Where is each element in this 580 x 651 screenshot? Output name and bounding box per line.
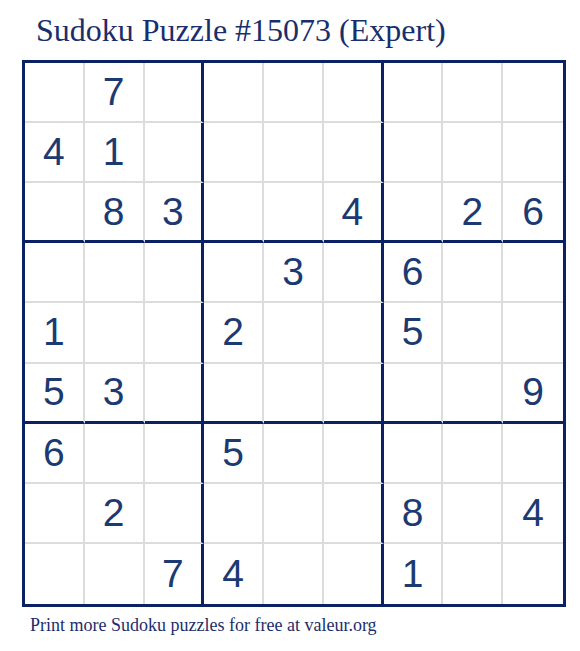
page-title: Sudoku Puzzle #15073 (Expert) (36, 11, 446, 49)
cell-r6c1[interactable]: 5 (25, 364, 85, 424)
cell-r2c4[interactable] (204, 123, 264, 183)
cell-r9c3[interactable]: 7 (145, 544, 205, 604)
cell-r1c3[interactable] (145, 63, 205, 123)
cell-r4c4[interactable] (204, 243, 264, 303)
cell-r2c9[interactable] (503, 123, 563, 183)
cell-r9c8[interactable] (443, 544, 503, 604)
cell-r5c1[interactable]: 1 (25, 303, 85, 363)
cell-r4c8[interactable] (443, 243, 503, 303)
cell-r2c1[interactable]: 4 (25, 123, 85, 183)
cell-r1c8[interactable] (443, 63, 503, 123)
cell-r6c6[interactable] (324, 364, 384, 424)
cell-r1c6[interactable] (324, 63, 384, 123)
cell-r4c9[interactable] (503, 243, 563, 303)
cell-r3c1[interactable] (25, 183, 85, 243)
cell-r1c1[interactable] (25, 63, 85, 123)
cell-r5c4[interactable]: 2 (204, 303, 264, 363)
cell-r8c4[interactable] (204, 484, 264, 544)
cell-r6c9[interactable]: 9 (503, 364, 563, 424)
cell-r2c7[interactable] (384, 123, 444, 183)
page: Sudoku Puzzle #15073 (Expert) 7418342636… (0, 0, 580, 651)
cell-r9c9[interactable] (503, 544, 563, 604)
cell-r9c1[interactable] (25, 544, 85, 604)
cell-r4c6[interactable] (324, 243, 384, 303)
cell-r2c2[interactable]: 1 (85, 123, 145, 183)
cell-r5c3[interactable] (145, 303, 205, 363)
cell-r1c7[interactable] (384, 63, 444, 123)
cell-r4c3[interactable] (145, 243, 205, 303)
cell-r1c2[interactable]: 7 (85, 63, 145, 123)
cell-r5c7[interactable]: 5 (384, 303, 444, 363)
cell-r8c8[interactable] (443, 484, 503, 544)
cell-r7c9[interactable] (503, 424, 563, 484)
cell-r9c6[interactable] (324, 544, 384, 604)
cell-r7c5[interactable] (264, 424, 324, 484)
cell-r7c4[interactable]: 5 (204, 424, 264, 484)
cell-r4c2[interactable] (85, 243, 145, 303)
sudoku-board: 741834263612553965284741 (22, 60, 566, 607)
cell-r5c9[interactable] (503, 303, 563, 363)
cell-r9c2[interactable] (85, 544, 145, 604)
cell-r2c5[interactable] (264, 123, 324, 183)
cell-r7c2[interactable] (85, 424, 145, 484)
cell-r5c6[interactable] (324, 303, 384, 363)
cell-r3c9[interactable]: 6 (503, 183, 563, 243)
cell-r5c8[interactable] (443, 303, 503, 363)
cell-r6c5[interactable] (264, 364, 324, 424)
cell-r9c5[interactable] (264, 544, 324, 604)
footer-text: Print more Sudoku puzzles for free at va… (30, 615, 377, 636)
cell-r8c2[interactable]: 2 (85, 484, 145, 544)
cell-r2c8[interactable] (443, 123, 503, 183)
cell-r8c7[interactable]: 8 (384, 484, 444, 544)
cell-r8c9[interactable]: 4 (503, 484, 563, 544)
cell-r6c8[interactable] (443, 364, 503, 424)
cell-r4c7[interactable]: 6 (384, 243, 444, 303)
cell-r7c3[interactable] (145, 424, 205, 484)
cell-r8c3[interactable] (145, 484, 205, 544)
cell-r1c4[interactable] (204, 63, 264, 123)
cell-r3c8[interactable]: 2 (443, 183, 503, 243)
cell-r4c5[interactable]: 3 (264, 243, 324, 303)
cell-r6c7[interactable] (384, 364, 444, 424)
cell-r5c2[interactable] (85, 303, 145, 363)
cell-r3c3[interactable]: 3 (145, 183, 205, 243)
cell-r1c5[interactable] (264, 63, 324, 123)
cell-r2c3[interactable] (145, 123, 205, 183)
cell-r2c6[interactable] (324, 123, 384, 183)
cell-r9c4[interactable]: 4 (204, 544, 264, 604)
cell-r6c3[interactable] (145, 364, 205, 424)
cell-r5c5[interactable] (264, 303, 324, 363)
cell-r6c4[interactable] (204, 364, 264, 424)
cell-r7c7[interactable] (384, 424, 444, 484)
cell-r4c1[interactable] (25, 243, 85, 303)
cell-r3c7[interactable] (384, 183, 444, 243)
cell-r3c4[interactable] (204, 183, 264, 243)
cell-r7c6[interactable] (324, 424, 384, 484)
cell-r1c9[interactable] (503, 63, 563, 123)
cell-r3c5[interactable] (264, 183, 324, 243)
cell-r7c1[interactable]: 6 (25, 424, 85, 484)
cell-r8c6[interactable] (324, 484, 384, 544)
cell-r6c2[interactable]: 3 (85, 364, 145, 424)
cell-r9c7[interactable]: 1 (384, 544, 444, 604)
cell-r3c2[interactable]: 8 (85, 183, 145, 243)
cell-r8c5[interactable] (264, 484, 324, 544)
cell-r8c1[interactable] (25, 484, 85, 544)
cell-r3c6[interactable]: 4 (324, 183, 384, 243)
cell-r7c8[interactable] (443, 424, 503, 484)
